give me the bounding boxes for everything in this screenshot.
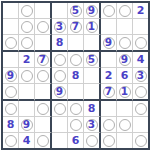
cell-r5c6[interactable] [84,68,101,84]
cell-r9c2[interactable]: 4 [19,133,35,148]
given-digit: 8 [88,103,96,114]
odd-circle-digit: 3 [135,70,147,82]
odd-circle [119,37,131,49]
cell-r7c5[interactable] [68,101,84,117]
cell-r9c7[interactable] [101,133,117,148]
cell-r9c9[interactable] [133,133,148,148]
cell-r6c9[interactable] [133,84,148,101]
cell-r2c7[interactable] [101,19,117,35]
odd-circle-digit: 7 [37,54,49,66]
cell-r9c4[interactable] [52,133,68,148]
cell-r9c6[interactable] [84,133,101,148]
cell-r6c7[interactable]: 7 [101,84,117,101]
odd-circle [37,70,49,82]
odd-circle-digit: 9 [103,37,115,49]
cell-r2c3[interactable] [35,19,52,35]
odd-circle-digit: 1 [119,86,131,98]
cell-r8c2[interactable]: 9 [19,117,35,133]
cell-r4c6[interactable]: 5 [84,52,101,68]
cell-r7c2[interactable] [19,101,35,117]
odd-circle [21,5,33,17]
given-digit: 2 [105,70,113,81]
cell-r1c4[interactable] [52,3,68,19]
odd-circle [37,135,49,147]
odd-circle [21,37,33,49]
odd-circle [70,103,82,115]
cell-r3c1[interactable] [3,35,19,52]
cell-r3c5[interactable] [68,35,84,52]
given-digit: 6 [121,70,129,81]
odd-circle [5,103,17,115]
cell-r4c1[interactable] [3,52,19,68]
given-digit: 6 [72,135,80,146]
odd-circle [119,5,131,17]
odd-circle [37,103,49,115]
cell-r6c1[interactable] [3,84,19,101]
odd-circle [119,119,131,131]
cell-r3c2[interactable] [19,35,35,52]
cell-r7c7[interactable] [101,101,117,117]
cell-r7c8[interactable] [117,101,133,117]
odd-circle-digit: 9 [86,5,98,17]
cell-r7c3[interactable] [35,101,52,117]
given-digit: 8 [56,37,64,48]
cell-r5c9[interactable]: 3 [133,68,148,84]
cell-r8c9[interactable] [133,117,148,133]
cell-r5c1[interactable]: 9 [3,68,19,84]
cell-r3c6[interactable] [84,35,101,52]
odd-circle-digit: 9 [119,54,131,66]
cell-r1c1[interactable] [3,3,19,19]
cell-r7c4[interactable] [52,101,68,117]
cell-r8c7[interactable] [101,117,117,133]
given-digit: 4 [23,135,31,146]
cell-r6c6[interactable] [84,84,101,101]
cell-r7c9[interactable] [133,101,148,117]
odd-circle-digit: 3 [86,119,98,131]
cell-r2c2[interactable] [19,19,35,35]
cell-r8c3[interactable] [35,117,52,133]
cell-r8c6[interactable]: 3 [84,117,101,133]
cell-r4c9[interactable]: 4 [133,52,148,68]
odd-circle [54,54,66,66]
cell-r4c8[interactable]: 9 [117,52,133,68]
odd-circle [37,21,49,33]
cell-r2c6[interactable]: 1 [84,19,101,35]
cell-r9c3[interactable] [35,133,52,148]
odd-circle [103,5,115,17]
cell-r4c3[interactable]: 7 [35,52,52,68]
cell-r8c5[interactable] [68,117,84,133]
cell-r5c5[interactable]: 8 [68,68,84,84]
cell-r6c8[interactable]: 1 [117,84,133,101]
cell-r6c3[interactable] [35,84,52,101]
odd-circle [135,86,147,98]
odd-circle [21,70,33,82]
cell-r1c7[interactable] [101,3,117,19]
odd-circle [135,103,147,115]
odd-circle-digit: 1 [86,21,98,33]
odd-circle-digit: 9 [54,86,66,98]
odd-circle [70,119,82,131]
odd-circle [54,70,66,82]
odd-circle-digit: 7 [103,86,115,98]
cell-r1c9[interactable]: 2 [133,3,148,19]
cell-r6c5[interactable] [68,84,84,101]
odd-circle [54,103,66,115]
odd-circle [135,37,147,49]
cell-r2c8[interactable] [117,19,133,35]
odd-circle [135,135,147,147]
cell-r2c4[interactable]: 3 [52,19,68,35]
odd-circle-digit: 9 [21,119,33,131]
odd-circle [70,54,82,66]
sudoku-board: 592371892759498263971889346 [1,1,150,150]
cell-r9c5[interactable]: 6 [68,133,84,148]
odd-circle [86,135,98,147]
cell-r1c5[interactable]: 5 [68,3,84,19]
cell-r1c2[interactable] [19,3,35,19]
odd-circle [103,135,115,147]
cell-r6c4[interactable]: 9 [52,84,68,101]
cell-r5c7[interactable]: 2 [101,68,117,84]
cell-r1c3[interactable] [35,3,52,19]
given-digit: 2 [23,54,31,65]
cell-r2c1[interactable] [3,19,19,35]
odd-circle [5,37,17,49]
given-digit: 4 [137,54,145,65]
cell-r4c2[interactable]: 2 [19,52,35,68]
given-digit: 8 [7,119,15,130]
cell-r8c1[interactable]: 8 [3,117,19,133]
cell-r3c7[interactable]: 9 [101,35,117,52]
cell-r4c4[interactable] [52,52,68,68]
cell-r6c2[interactable] [19,84,35,101]
cell-r5c4[interactable] [52,68,68,84]
cell-r5c2[interactable] [19,68,35,84]
cell-r4c7[interactable] [101,52,117,68]
cell-r2c9[interactable] [133,19,148,35]
cell-r8c4[interactable] [52,117,68,133]
cell-r9c8[interactable] [117,133,133,148]
cell-r8c8[interactable] [117,117,133,133]
cell-r1c8[interactable] [117,3,133,19]
cell-r3c9[interactable] [133,35,148,52]
cell-r3c8[interactable] [117,35,133,52]
odd-circle [5,135,17,147]
cell-r4c5[interactable] [68,52,84,68]
cell-r9c1[interactable] [3,133,19,148]
cell-r5c3[interactable] [35,68,52,84]
cell-r3c4[interactable]: 8 [52,35,68,52]
cell-r3c3[interactable] [35,35,52,52]
odd-circle-digit: 3 [54,21,66,33]
cell-r7c1[interactable] [3,101,19,117]
cell-r5c8[interactable]: 6 [117,68,133,84]
given-digit: 8 [72,70,80,81]
odd-circle-digit: 9 [5,70,17,82]
odd-circle [103,119,115,131]
odd-circle-digit: 7 [70,21,82,33]
given-digit: 2 [137,5,145,16]
cell-r1c6[interactable]: 9 [84,3,101,19]
odd-circle-digit: 5 [86,54,98,66]
odd-circle [5,86,17,98]
cell-r7c6[interactable]: 8 [84,101,101,117]
odd-circle-digit: 5 [70,5,82,17]
cell-r2c5[interactable]: 7 [68,19,84,35]
odd-circle [21,21,33,33]
